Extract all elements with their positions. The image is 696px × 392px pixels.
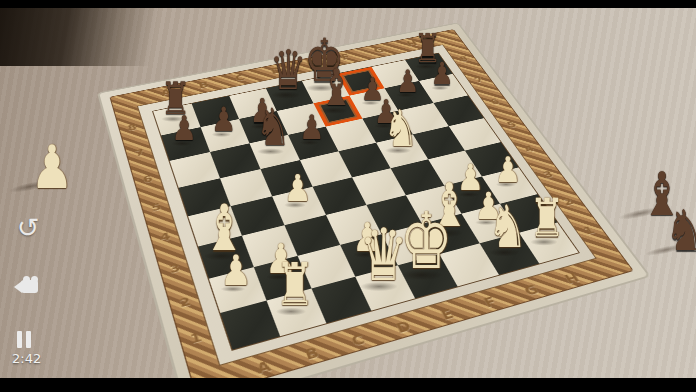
- black-knight-c6[interactable]: ♞: [256, 103, 291, 154]
- pause-icon: [17, 331, 22, 348]
- white-pawn-h3[interactable]: ♟: [495, 152, 522, 187]
- black-pawn-h7[interactable]: ♟: [430, 59, 453, 89]
- black-bishop-e7[interactable]: ♝: [319, 63, 353, 114]
- white-rook-b1[interactable]: ♜: [275, 256, 315, 315]
- white-pawn-c4[interactable]: ♟: [283, 171, 311, 208]
- camera-view-button[interactable]: [14, 276, 44, 300]
- undo-button[interactable]: ↺: [12, 212, 44, 244]
- white-pawn-a2[interactable]: ♟: [220, 250, 252, 292]
- background-wall-shadow: [0, 8, 190, 66]
- letterbox-bottom: [0, 378, 696, 392]
- captured-white-pawn: ♟: [30, 137, 73, 197]
- black-pawn-b7[interactable]: ♟: [211, 104, 236, 137]
- captured-black-knight: ♞: [665, 203, 696, 259]
- pause-button[interactable]: [16, 331, 36, 349]
- game-screen: AABBCCDDEEFFGGHH1122334455667788 ♜♛♚♜♟♟♟…: [0, 0, 696, 392]
- white-queen-d1[interactable]: ♛: [359, 219, 408, 291]
- black-pawn-d6[interactable]: ♟: [299, 111, 325, 145]
- black-pawn-g7[interactable]: ♟: [396, 66, 419, 97]
- black-pawn-a7[interactable]: ♟: [171, 111, 197, 145]
- white-knight-f5[interactable]: ♞: [383, 103, 417, 154]
- white-knight-g1[interactable]: ♞: [488, 198, 528, 257]
- black-queen-d8[interactable]: ♛: [270, 44, 307, 99]
- letterbox-top: [0, 0, 696, 8]
- game-timer: 2:42: [12, 351, 56, 367]
- white-rook-h1[interactable]: ♜: [529, 193, 565, 245]
